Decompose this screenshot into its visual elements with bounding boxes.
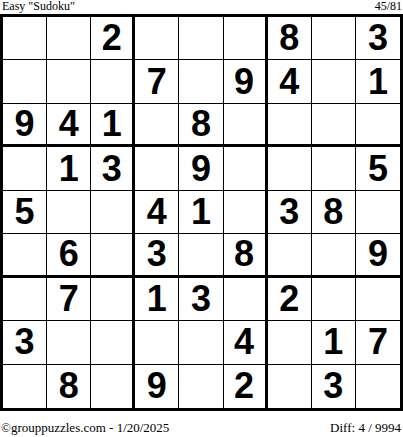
copyright-credit: ©grouppuzzles.com - 1/20/2025 bbox=[1, 420, 169, 436]
cell-r7c4: 1 bbox=[135, 278, 179, 321]
cell-r4c4[interactable] bbox=[135, 147, 179, 190]
cell-r9c6: 2 bbox=[224, 365, 268, 408]
cell-r3c2: 4 bbox=[47, 104, 91, 147]
cell-r1c3: 2 bbox=[91, 17, 135, 60]
cell-r5c2[interactable] bbox=[47, 191, 91, 234]
cell-r5c5: 1 bbox=[179, 191, 223, 234]
cell-r6c6: 8 bbox=[224, 234, 268, 277]
cell-r2c5[interactable] bbox=[179, 60, 223, 103]
cell-r7c8[interactable] bbox=[312, 278, 356, 321]
cell-r1c1[interactable] bbox=[3, 17, 47, 60]
cell-r5c7: 3 bbox=[268, 191, 312, 234]
cell-r4c3: 3 bbox=[91, 147, 135, 190]
sudoku-board: 2 8 3 7 9 4 1 9 4 1 8 1 3 9 5 bbox=[0, 14, 403, 411]
cell-r2c1[interactable] bbox=[3, 60, 47, 103]
cell-r5c1: 5 bbox=[3, 191, 47, 234]
blank-count: 45/81 bbox=[375, 0, 402, 14]
cell-r6c8[interactable] bbox=[312, 234, 356, 277]
cell-r2c9: 1 bbox=[356, 60, 400, 103]
cell-r4c8[interactable] bbox=[312, 147, 356, 190]
cell-r2c6: 9 bbox=[224, 60, 268, 103]
cell-r4c2: 1 bbox=[47, 147, 91, 190]
cell-r8c7[interactable] bbox=[268, 321, 312, 364]
cell-r2c4: 7 bbox=[135, 60, 179, 103]
cell-r4c9: 5 bbox=[356, 147, 400, 190]
cell-r5c4: 4 bbox=[135, 191, 179, 234]
cell-r2c7: 4 bbox=[268, 60, 312, 103]
cell-r7c2: 7 bbox=[47, 278, 91, 321]
cell-r9c1[interactable] bbox=[3, 365, 47, 408]
cell-r9c2: 8 bbox=[47, 365, 91, 408]
cell-r4c5: 9 bbox=[179, 147, 223, 190]
cell-r4c1[interactable] bbox=[3, 147, 47, 190]
cell-r3c3: 1 bbox=[91, 104, 135, 147]
cell-r6c1[interactable] bbox=[3, 234, 47, 277]
cell-r1c9: 3 bbox=[356, 17, 400, 60]
cell-r8c5[interactable] bbox=[179, 321, 223, 364]
cell-r8c2[interactable] bbox=[47, 321, 91, 364]
cell-r6c5[interactable] bbox=[179, 234, 223, 277]
cell-r6c7[interactable] bbox=[268, 234, 312, 277]
cell-r6c4: 3 bbox=[135, 234, 179, 277]
cell-r9c4: 9 bbox=[135, 365, 179, 408]
cell-r3c4[interactable] bbox=[135, 104, 179, 147]
cell-r7c9[interactable] bbox=[356, 278, 400, 321]
cell-r1c6[interactable] bbox=[224, 17, 268, 60]
cell-r2c2[interactable] bbox=[47, 60, 91, 103]
difficulty-label: Diff: 4 / 9994 bbox=[330, 420, 401, 436]
cell-r7c3[interactable] bbox=[91, 278, 135, 321]
cell-r6c2: 6 bbox=[47, 234, 91, 277]
cell-r1c4[interactable] bbox=[135, 17, 179, 60]
cell-r8c4[interactable] bbox=[135, 321, 179, 364]
cell-r3c8[interactable] bbox=[312, 104, 356, 147]
cell-r3c9[interactable] bbox=[356, 104, 400, 147]
cell-r9c3[interactable] bbox=[91, 365, 135, 408]
cell-r8c8: 1 bbox=[312, 321, 356, 364]
cell-r5c3[interactable] bbox=[91, 191, 135, 234]
cell-r1c7: 8 bbox=[268, 17, 312, 60]
cell-r5c6[interactable] bbox=[224, 191, 268, 234]
puzzle-sheet: Easy "Sudoku" 45/81 2 8 3 7 9 4 1 9 4 1 … bbox=[0, 0, 403, 437]
cell-r1c2[interactable] bbox=[47, 17, 91, 60]
cell-r1c5[interactable] bbox=[179, 17, 223, 60]
cell-r4c7[interactable] bbox=[268, 147, 312, 190]
cell-r3c5: 8 bbox=[179, 104, 223, 147]
cell-r6c9: 9 bbox=[356, 234, 400, 277]
cell-r9c7[interactable] bbox=[268, 365, 312, 408]
cell-r3c6[interactable] bbox=[224, 104, 268, 147]
cell-r4c6[interactable] bbox=[224, 147, 268, 190]
cell-r8c9: 7 bbox=[356, 321, 400, 364]
cell-r5c8: 8 bbox=[312, 191, 356, 234]
cell-r9c5[interactable] bbox=[179, 365, 223, 408]
cell-r5c9[interactable] bbox=[356, 191, 400, 234]
cell-r7c6[interactable] bbox=[224, 278, 268, 321]
cell-r1c8[interactable] bbox=[312, 17, 356, 60]
puzzle-title: Easy "Sudoku" bbox=[2, 0, 75, 14]
cell-r3c7[interactable] bbox=[268, 104, 312, 147]
cell-r3c1: 9 bbox=[3, 104, 47, 147]
cell-r2c3[interactable] bbox=[91, 60, 135, 103]
header: Easy "Sudoku" 45/81 bbox=[0, 0, 403, 14]
cell-r8c3[interactable] bbox=[91, 321, 135, 364]
cell-r7c7: 2 bbox=[268, 278, 312, 321]
cell-r8c6: 4 bbox=[224, 321, 268, 364]
footer: ©grouppuzzles.com - 1/20/2025 Diff: 4 / … bbox=[0, 420, 403, 436]
cell-r7c5: 3 bbox=[179, 278, 223, 321]
cell-r9c8: 3 bbox=[312, 365, 356, 408]
cell-r8c1: 3 bbox=[3, 321, 47, 364]
cell-r9c9[interactable] bbox=[356, 365, 400, 408]
cell-r2c8[interactable] bbox=[312, 60, 356, 103]
cell-r6c3[interactable] bbox=[91, 234, 135, 277]
cell-r7c1[interactable] bbox=[3, 278, 47, 321]
